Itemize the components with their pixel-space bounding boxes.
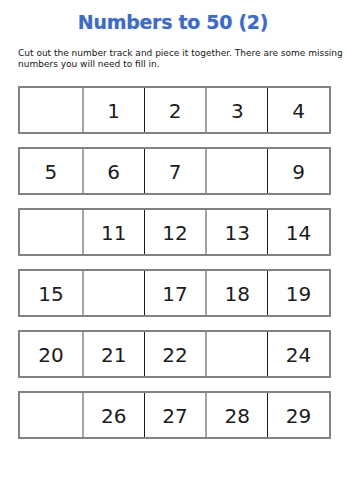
track-cell: 27 (144, 393, 206, 437)
track-cell: 5 (20, 149, 82, 193)
number-track-strip-6: 26 27 28 29 (18, 391, 331, 439)
track-cell: 4 (267, 88, 329, 132)
track-cell: 18 (205, 271, 267, 315)
track-cell-blank[interactable] (82, 271, 144, 315)
instructions-line-1: Cut out the number track and piece it to… (18, 48, 343, 59)
track-cell: 2 (144, 88, 206, 132)
track-cell: 28 (205, 393, 267, 437)
number-track-strip-4: 15 17 18 19 (18, 269, 331, 317)
number-track-strip-2: 5 6 7 9 (18, 147, 331, 195)
number-track-strip-3: 11 12 13 14 (18, 208, 331, 256)
track-cell: 21 (82, 332, 144, 376)
track-cell-blank[interactable] (20, 210, 82, 254)
track-cell: 13 (205, 210, 267, 254)
track-cell: 20 (20, 332, 82, 376)
instructions-line-2: numbers you will need to fill in. (18, 59, 343, 70)
track-cell-blank[interactable] (205, 149, 267, 193)
track-cell: 7 (144, 149, 206, 193)
track-cell: 11 (82, 210, 144, 254)
track-cell: 12 (144, 210, 206, 254)
page-title: Numbers to 50 (2) (0, 11, 346, 33)
track-cell: 29 (267, 393, 329, 437)
track-cell-blank[interactable] (20, 88, 82, 132)
track-cell: 19 (267, 271, 329, 315)
track-cell-blank[interactable] (205, 332, 267, 376)
number-track-strip-1: 1 2 3 4 (18, 86, 331, 134)
instructions-text: Cut out the number track and piece it to… (18, 48, 343, 70)
track-cell: 26 (82, 393, 144, 437)
number-track-strip-5: 20 21 22 24 (18, 330, 331, 378)
track-cell: 9 (267, 149, 329, 193)
worksheet-page: Numbers to 50 (2) Cut out the number tra… (0, 0, 346, 500)
track-cell: 6 (82, 149, 144, 193)
track-cell: 17 (144, 271, 206, 315)
track-cell: 24 (267, 332, 329, 376)
track-cell: 14 (267, 210, 329, 254)
track-cell-blank[interactable] (20, 393, 82, 437)
track-cell: 1 (82, 88, 144, 132)
track-cell: 22 (144, 332, 206, 376)
track-cell: 3 (205, 88, 267, 132)
track-cell: 15 (20, 271, 82, 315)
